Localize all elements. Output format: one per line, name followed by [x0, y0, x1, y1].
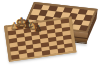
checker-square [79, 25, 89, 31]
dark-pawn-piece: ♟ [33, 25, 43, 33]
chess-set-product-photo: ♟♚♝♞♟ [0, 0, 109, 75]
checker-square [65, 47, 73, 52]
